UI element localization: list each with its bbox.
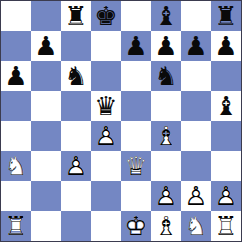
square-f8[interactable]: ♝ [151, 1, 181, 31]
black-king: ♚ [91, 1, 121, 31]
square-h4[interactable] [211, 121, 241, 151]
square-f2[interactable]: ♟♙ [151, 181, 181, 211]
square-a2[interactable] [1, 181, 31, 211]
square-b3[interactable] [31, 151, 61, 181]
black-pawn-glyph: ♟ [31, 31, 61, 61]
square-c3[interactable]: ♟♙ [61, 151, 91, 181]
white-king: ♚♔ [121, 211, 151, 241]
white-pawn-glyph: ♙ [181, 181, 211, 211]
square-b2[interactable] [31, 181, 61, 211]
square-e6[interactable] [121, 61, 151, 91]
black-pawn-glyph: ♟ [151, 31, 181, 61]
square-c8[interactable]: ♜ [61, 1, 91, 31]
square-g8[interactable] [181, 1, 211, 31]
white-king-glyph: ♔ [121, 211, 151, 241]
square-g4[interactable] [181, 121, 211, 151]
square-d4[interactable]: ♟♙ [91, 121, 121, 151]
square-c7[interactable] [61, 31, 91, 61]
black-queen-glyph: ♛ [91, 91, 121, 121]
square-d5[interactable]: ♛ [91, 91, 121, 121]
white-pawn-glyph: ♙ [61, 151, 91, 181]
square-c4[interactable] [61, 121, 91, 151]
black-rook-glyph: ♜ [61, 1, 91, 31]
square-a8[interactable] [1, 1, 31, 31]
white-knight-glyph: ♘ [181, 211, 211, 241]
square-g1[interactable]: ♞♘ [181, 211, 211, 241]
square-c2[interactable] [61, 181, 91, 211]
black-queen: ♛ [91, 91, 121, 121]
white-pawn-glyph: ♙ [91, 121, 121, 151]
black-bishop: ♝ [151, 1, 181, 31]
white-queen-glyph: ♕ [121, 151, 151, 181]
black-pawn: ♟ [1, 61, 31, 91]
square-g5[interactable] [181, 91, 211, 121]
square-d8[interactable]: ♚ [91, 1, 121, 31]
square-a4[interactable] [1, 121, 31, 151]
square-f7[interactable]: ♟ [151, 31, 181, 61]
square-e1[interactable]: ♚♔ [121, 211, 151, 241]
black-knight-glyph: ♞ [61, 61, 91, 91]
black-pawn: ♟ [121, 31, 151, 61]
square-a7[interactable] [1, 31, 31, 61]
black-pawn: ♟ [151, 31, 181, 61]
black-knight: ♞ [151, 61, 181, 91]
black-knight: ♞ [61, 61, 91, 91]
square-h8[interactable]: ♜ [211, 1, 241, 31]
white-rook: ♜♖ [211, 211, 241, 241]
white-bishop-glyph: ♗ [151, 121, 181, 151]
black-knight-glyph: ♞ [151, 61, 181, 91]
square-h7[interactable]: ♟ [211, 31, 241, 61]
square-e2[interactable] [121, 181, 151, 211]
white-pawn: ♟♙ [91, 121, 121, 151]
black-rook: ♜ [61, 1, 91, 31]
square-h5[interactable]: ♝ [211, 91, 241, 121]
white-bishop-glyph: ♗ [151, 211, 181, 241]
square-b1[interactable] [31, 211, 61, 241]
square-d2[interactable] [91, 181, 121, 211]
square-f6[interactable]: ♞ [151, 61, 181, 91]
square-d6[interactable] [91, 61, 121, 91]
square-f4[interactable]: ♝♗ [151, 121, 181, 151]
black-bishop-glyph: ♝ [151, 1, 181, 31]
black-king-glyph: ♚ [91, 1, 121, 31]
square-h2[interactable]: ♟♙ [211, 181, 241, 211]
white-knight: ♞♘ [1, 151, 31, 181]
square-f5[interactable] [151, 91, 181, 121]
black-pawn: ♟ [31, 31, 61, 61]
square-g3[interactable] [181, 151, 211, 181]
square-c5[interactable] [61, 91, 91, 121]
square-c1[interactable] [61, 211, 91, 241]
square-h3[interactable] [211, 151, 241, 181]
square-g6[interactable] [181, 61, 211, 91]
white-rook: ♜♖ [1, 211, 31, 241]
black-pawn-glyph: ♟ [181, 31, 211, 61]
square-b8[interactable] [31, 1, 61, 31]
white-rook-glyph: ♖ [1, 211, 31, 241]
white-bishop: ♝♗ [151, 121, 181, 151]
square-d1[interactable] [91, 211, 121, 241]
white-rook-glyph: ♖ [211, 211, 241, 241]
black-pawn: ♟ [181, 31, 211, 61]
white-pawn: ♟♙ [151, 181, 181, 211]
black-rook: ♜ [211, 1, 241, 31]
white-pawn: ♟♙ [61, 151, 91, 181]
white-pawn-glyph: ♙ [151, 181, 181, 211]
black-pawn-glyph: ♟ [121, 31, 151, 61]
square-e7[interactable]: ♟ [121, 31, 151, 61]
square-e8[interactable] [121, 1, 151, 31]
square-g7[interactable]: ♟ [181, 31, 211, 61]
black-pawn-glyph: ♟ [211, 31, 241, 61]
square-a3[interactable]: ♞♘ [1, 151, 31, 181]
white-pawn-glyph: ♙ [211, 181, 241, 211]
square-g2[interactable]: ♟♙ [181, 181, 211, 211]
square-c6[interactable]: ♞ [61, 61, 91, 91]
white-bishop: ♝♗ [151, 211, 181, 241]
black-pawn-glyph: ♟ [1, 61, 31, 91]
square-e4[interactable] [121, 121, 151, 151]
white-pawn: ♟♙ [211, 181, 241, 211]
square-h1[interactable]: ♜♖ [211, 211, 241, 241]
square-b7[interactable]: ♟ [31, 31, 61, 61]
square-a1[interactable]: ♜♖ [1, 211, 31, 241]
square-d3[interactable] [91, 151, 121, 181]
square-b5[interactable] [31, 91, 61, 121]
white-knight: ♞♘ [181, 211, 211, 241]
chess-board: ♜♚♝♜♟♟♟♟♟♟♞♞♛♝♟♙♝♗♞♘♟♙♛♕♟♙♟♙♟♙♜♖♚♔♝♗♞♘♜♖ [0, 0, 242, 242]
square-e3[interactable]: ♛♕ [121, 151, 151, 181]
white-knight-glyph: ♘ [1, 151, 31, 181]
white-pawn: ♟♙ [181, 181, 211, 211]
square-f1[interactable]: ♝♗ [151, 211, 181, 241]
square-a6[interactable]: ♟ [1, 61, 31, 91]
square-b4[interactable] [31, 121, 61, 151]
square-e5[interactable] [121, 91, 151, 121]
square-f3[interactable] [151, 151, 181, 181]
square-h6[interactable] [211, 61, 241, 91]
square-a5[interactable] [1, 91, 31, 121]
black-pawn: ♟ [211, 31, 241, 61]
black-rook-glyph: ♜ [211, 1, 241, 31]
black-bishop-glyph: ♝ [211, 91, 241, 121]
white-queen: ♛♕ [121, 151, 151, 181]
square-d7[interactable] [91, 31, 121, 61]
black-bishop: ♝ [211, 91, 241, 121]
square-b6[interactable] [31, 61, 61, 91]
